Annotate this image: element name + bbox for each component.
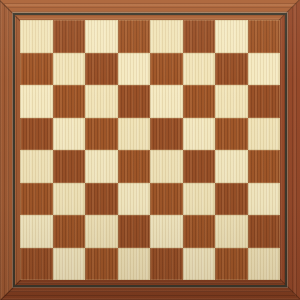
square-b6[interactable] (53, 85, 86, 118)
chess-board (0, 0, 300, 300)
square-c4[interactable] (85, 150, 118, 183)
square-a6[interactable] (20, 85, 53, 118)
square-g2[interactable] (215, 215, 248, 248)
square-b3[interactable] (53, 183, 86, 216)
square-h7[interactable] (248, 53, 281, 86)
square-e4[interactable] (150, 150, 183, 183)
square-c5[interactable] (85, 118, 118, 151)
square-g3[interactable] (215, 183, 248, 216)
square-a3[interactable] (20, 183, 53, 216)
square-d6[interactable] (118, 85, 151, 118)
square-a7[interactable] (20, 53, 53, 86)
square-h3[interactable] (248, 183, 281, 216)
square-b8[interactable] (53, 20, 86, 53)
square-c1[interactable] (85, 248, 118, 281)
square-e5[interactable] (150, 118, 183, 151)
square-e7[interactable] (150, 53, 183, 86)
square-h5[interactable] (248, 118, 281, 151)
square-c6[interactable] (85, 85, 118, 118)
square-b1[interactable] (53, 248, 86, 281)
square-a8[interactable] (20, 20, 53, 53)
square-f8[interactable] (183, 20, 216, 53)
square-e8[interactable] (150, 20, 183, 53)
square-f5[interactable] (183, 118, 216, 151)
square-f6[interactable] (183, 85, 216, 118)
playing-field (20, 20, 280, 280)
square-f4[interactable] (183, 150, 216, 183)
square-e2[interactable] (150, 215, 183, 248)
square-f1[interactable] (183, 248, 216, 281)
square-e1[interactable] (150, 248, 183, 281)
square-e6[interactable] (150, 85, 183, 118)
square-b7[interactable] (53, 53, 86, 86)
square-a1[interactable] (20, 248, 53, 281)
square-e3[interactable] (150, 183, 183, 216)
square-g6[interactable] (215, 85, 248, 118)
square-d7[interactable] (118, 53, 151, 86)
square-a4[interactable] (20, 150, 53, 183)
square-f2[interactable] (183, 215, 216, 248)
square-f3[interactable] (183, 183, 216, 216)
square-h2[interactable] (248, 215, 281, 248)
square-c2[interactable] (85, 215, 118, 248)
square-h6[interactable] (248, 85, 281, 118)
square-a5[interactable] (20, 118, 53, 151)
square-b2[interactable] (53, 215, 86, 248)
square-d3[interactable] (118, 183, 151, 216)
square-c8[interactable] (85, 20, 118, 53)
square-d2[interactable] (118, 215, 151, 248)
square-c7[interactable] (85, 53, 118, 86)
square-g5[interactable] (215, 118, 248, 151)
square-d8[interactable] (118, 20, 151, 53)
square-g1[interactable] (215, 248, 248, 281)
square-h4[interactable] (248, 150, 281, 183)
square-f7[interactable] (183, 53, 216, 86)
square-h8[interactable] (248, 20, 281, 53)
square-g8[interactable] (215, 20, 248, 53)
square-h1[interactable] (248, 248, 281, 281)
square-a2[interactable] (20, 215, 53, 248)
square-c3[interactable] (85, 183, 118, 216)
square-d1[interactable] (118, 248, 151, 281)
square-g7[interactable] (215, 53, 248, 86)
square-b5[interactable] (53, 118, 86, 151)
square-d4[interactable] (118, 150, 151, 183)
square-g4[interactable] (215, 150, 248, 183)
square-b4[interactable] (53, 150, 86, 183)
square-d5[interactable] (118, 118, 151, 151)
